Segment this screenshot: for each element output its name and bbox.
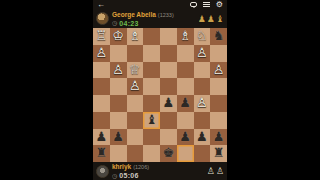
square-a7[interactable]: ♟: [210, 129, 227, 146]
square-c4[interactable]: [177, 78, 194, 95]
bottom-player-rating: (1206): [133, 164, 149, 171]
piece-black-bishop[interactable]: ♝: [146, 112, 158, 129]
square-f2[interactable]: [127, 45, 144, 62]
square-g8[interactable]: [110, 145, 127, 162]
square-e1[interactable]: [143, 28, 160, 45]
square-h8[interactable]: ♜: [93, 145, 110, 162]
top-captured-tray: ♟♟♝: [198, 14, 224, 24]
piece-black-king[interactable]: ♚: [163, 145, 175, 162]
chess-board: ♖♔♗♗♘♞♙♙♙♕♙♙♟♟♙♝♟♟♟♟♟♜♚♜: [93, 28, 227, 162]
clock-icon: ◷: [112, 20, 117, 26]
square-b5[interactable]: ♙: [194, 95, 211, 112]
square-c6[interactable]: [177, 112, 194, 129]
captured-white-pawn: ♙: [216, 166, 224, 176]
square-h7[interactable]: ♟: [93, 129, 110, 146]
piece-black-pawn[interactable]: ♟: [112, 129, 124, 146]
square-b7[interactable]: ♟: [194, 129, 211, 146]
square-g6[interactable]: [110, 112, 127, 129]
square-b8[interactable]: [194, 145, 211, 162]
piece-white-pawn[interactable]: ♙: [196, 45, 208, 62]
square-b6[interactable]: [194, 112, 211, 129]
captured-black-pawn: ♟: [207, 14, 215, 24]
app-content: ← ⚙ George Abella (1233) ◷ 04:23 ♟♟♝: [93, 0, 227, 180]
square-a2[interactable]: [210, 45, 227, 62]
piece-white-knight[interactable]: ♘: [196, 28, 208, 45]
top-toolbar: ← ⚙: [93, 0, 227, 9]
square-g3[interactable]: ♙: [110, 62, 127, 79]
square-g2[interactable]: [110, 45, 127, 62]
square-f8[interactable]: [127, 145, 144, 162]
piece-white-pawn[interactable]: ♙: [129, 78, 141, 95]
square-e8[interactable]: [143, 145, 160, 162]
square-c8[interactable]: [177, 145, 194, 162]
square-f1[interactable]: ♗: [127, 28, 144, 45]
square-d5[interactable]: ♟: [160, 95, 177, 112]
square-h4[interactable]: [93, 78, 110, 95]
square-f3[interactable]: ♕: [127, 62, 144, 79]
piece-black-rook[interactable]: ♜: [213, 145, 225, 162]
back-icon[interactable]: ←: [97, 1, 105, 9]
piece-white-pawn[interactable]: ♙: [196, 95, 208, 112]
captured-black-pawn: ♟: [198, 14, 206, 24]
square-f5[interactable]: [127, 95, 144, 112]
bottom-player-info: khriyk (1206) ◷ 05:06: [112, 163, 149, 179]
bottom-player-clock: 05:06: [119, 172, 138, 179]
piece-black-pawn[interactable]: ♟: [163, 95, 175, 112]
square-h3[interactable]: [93, 62, 110, 79]
piece-black-pawn[interactable]: ♟: [196, 129, 208, 146]
piece-white-pawn[interactable]: ♙: [112, 62, 124, 79]
square-c5[interactable]: ♟: [177, 95, 194, 112]
gear-icon[interactable]: ⚙: [216, 1, 223, 9]
square-e3[interactable]: [143, 62, 160, 79]
square-a8[interactable]: ♜: [210, 145, 227, 162]
top-player-info: George Abella (1233) ◷ 04:23: [112, 11, 174, 27]
piece-black-knight[interactable]: ♞: [213, 28, 225, 45]
piece-black-pawn[interactable]: ♟: [96, 129, 108, 146]
square-d7[interactable]: [160, 129, 177, 146]
square-e7[interactable]: [143, 129, 160, 146]
bottom-player-avatar[interactable]: [96, 165, 109, 178]
square-c2[interactable]: [177, 45, 194, 62]
move-list-icon[interactable]: [203, 2, 210, 7]
square-a4[interactable]: [210, 78, 227, 95]
square-b4[interactable]: [194, 78, 211, 95]
piece-white-king[interactable]: ♔: [112, 28, 124, 45]
bottom-player-name[interactable]: khriyk: [112, 163, 131, 170]
square-g4[interactable]: [110, 78, 127, 95]
square-d6[interactable]: [160, 112, 177, 129]
chat-icon[interactable]: [190, 2, 197, 7]
square-d1[interactable]: [160, 28, 177, 45]
square-c1[interactable]: ♗: [177, 28, 194, 45]
square-a6[interactable]: [210, 112, 227, 129]
square-b3[interactable]: [194, 62, 211, 79]
captured-black-bishop: ♝: [216, 14, 224, 24]
top-player-rating: (1233): [158, 12, 174, 19]
toolbar-icons: ⚙: [190, 1, 223, 9]
square-d3[interactable]: [160, 62, 177, 79]
top-player-name[interactable]: George Abella: [112, 11, 156, 18]
piece-white-bishop[interactable]: ♗: [179, 28, 191, 45]
square-e2[interactable]: [143, 45, 160, 62]
square-b2[interactable]: ♙: [194, 45, 211, 62]
square-g7[interactable]: ♟: [110, 129, 127, 146]
clock-icon: ◷: [112, 173, 117, 179]
piece-black-rook[interactable]: ♜: [96, 145, 108, 162]
square-c7[interactable]: ♟: [177, 129, 194, 146]
square-f7[interactable]: [127, 129, 144, 146]
square-c3[interactable]: [177, 62, 194, 79]
top-player-bar: George Abella (1233) ◷ 04:23 ♟♟♝: [93, 9, 227, 28]
square-h2[interactable]: ♙: [93, 45, 110, 62]
square-a3[interactable]: ♙: [210, 62, 227, 79]
piece-white-bishop[interactable]: ♗: [129, 28, 141, 45]
top-player-avatar[interactable]: [96, 12, 109, 25]
square-f4[interactable]: ♙: [127, 78, 144, 95]
piece-black-pawn[interactable]: ♟: [213, 129, 225, 146]
piece-white-pawn[interactable]: ♙: [213, 62, 225, 79]
piece-white-rook[interactable]: ♖: [96, 28, 108, 45]
square-d4[interactable]: [160, 78, 177, 95]
piece-white-queen[interactable]: ♕: [129, 62, 141, 79]
piece-white-pawn[interactable]: ♙: [96, 45, 108, 62]
square-h5[interactable]: [93, 95, 110, 112]
square-d8[interactable]: ♚: [160, 145, 177, 162]
square-e4[interactable]: [143, 78, 160, 95]
phone-screenshot-stage: ← ⚙ George Abella (1233) ◷ 04:23 ♟♟♝: [0, 0, 320, 180]
piece-black-pawn[interactable]: ♟: [179, 95, 191, 112]
square-d2[interactable]: [160, 45, 177, 62]
square-a1[interactable]: ♞: [210, 28, 227, 45]
square-e6[interactable]: ♝: [143, 112, 160, 129]
square-h6[interactable]: [93, 112, 110, 129]
square-g5[interactable]: [110, 95, 127, 112]
square-b1[interactable]: ♘: [194, 28, 211, 45]
square-a5[interactable]: [210, 95, 227, 112]
bottom-player-bar: khriyk (1206) ◷ 05:06 ♙♙: [93, 162, 227, 180]
square-f6[interactable]: [127, 112, 144, 129]
top-player-clock: 04:23: [119, 20, 138, 27]
square-e5[interactable]: [143, 95, 160, 112]
captured-white-pawn: ♙: [207, 166, 215, 176]
square-h1[interactable]: ♖: [93, 28, 110, 45]
piece-black-pawn[interactable]: ♟: [179, 129, 191, 146]
bottom-captured-tray: ♙♙: [207, 166, 224, 176]
square-g1[interactable]: ♔: [110, 28, 127, 45]
